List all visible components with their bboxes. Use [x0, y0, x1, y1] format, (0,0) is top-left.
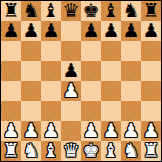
square-c8[interactable]: ♝	[41, 1, 61, 21]
square-e8[interactable]: ♚	[81, 1, 101, 21]
square-e5[interactable]	[81, 61, 101, 81]
black-pawn-piece[interactable]: ♟	[22, 20, 39, 40]
white-rook-piece[interactable]: ♜	[2, 140, 19, 160]
square-d5[interactable]: ♟	[61, 61, 81, 81]
square-e1[interactable]: ♚	[81, 141, 101, 161]
white-king-piece[interactable]: ♚	[82, 140, 99, 160]
square-d3[interactable]	[61, 101, 81, 121]
square-f7[interactable]: ♟	[101, 21, 121, 41]
white-knight-piece[interactable]: ♞	[22, 140, 39, 160]
black-pawn-piece[interactable]: ♟	[102, 20, 119, 40]
square-f2[interactable]: ♟	[101, 121, 121, 141]
square-b4[interactable]	[21, 81, 41, 101]
square-c5[interactable]	[41, 61, 61, 81]
white-bishop-piece[interactable]: ♝	[102, 140, 119, 160]
square-b6[interactable]	[21, 41, 41, 61]
square-e6[interactable]	[81, 41, 101, 61]
white-pawn-piece[interactable]: ♟	[122, 120, 139, 140]
square-a3[interactable]	[1, 101, 21, 121]
white-rook-piece[interactable]: ♜	[142, 140, 159, 160]
square-h4[interactable]	[141, 81, 161, 101]
black-rook-piece[interactable]: ♜	[142, 0, 159, 20]
square-a8[interactable]: ♜	[1, 1, 21, 21]
white-pawn-piece[interactable]: ♟	[2, 120, 19, 140]
square-d6[interactable]	[61, 41, 81, 61]
square-c3[interactable]	[41, 101, 61, 121]
black-pawn-piece[interactable]: ♟	[2, 20, 19, 40]
square-c2[interactable]: ♟	[41, 121, 61, 141]
square-a1[interactable]: ♜	[1, 141, 21, 161]
square-g7[interactable]: ♟	[121, 21, 141, 41]
square-e2[interactable]: ♟	[81, 121, 101, 141]
square-c4[interactable]	[41, 81, 61, 101]
black-pawn-piece[interactable]: ♟	[62, 60, 79, 80]
white-bishop-piece[interactable]: ♝	[42, 140, 59, 160]
square-e7[interactable]: ♟	[81, 21, 101, 41]
square-c7[interactable]: ♟	[41, 21, 61, 41]
black-knight-piece[interactable]: ♞	[22, 0, 39, 20]
square-a4[interactable]	[1, 81, 21, 101]
square-a2[interactable]: ♟	[1, 121, 21, 141]
square-f8[interactable]: ♝	[101, 1, 121, 21]
white-pawn-piece[interactable]: ♟	[42, 120, 59, 140]
square-d4[interactable]: ♟	[61, 81, 81, 101]
black-pawn-piece[interactable]: ♟	[122, 20, 139, 40]
square-g4[interactable]	[121, 81, 141, 101]
square-b2[interactable]: ♟	[21, 121, 41, 141]
square-h6[interactable]	[141, 41, 161, 61]
square-f4[interactable]	[101, 81, 121, 101]
square-a6[interactable]	[1, 41, 21, 61]
black-bishop-piece[interactable]: ♝	[102, 0, 119, 20]
white-pawn-piece[interactable]: ♟	[102, 120, 119, 140]
square-f3[interactable]	[101, 101, 121, 121]
square-d7[interactable]	[61, 21, 81, 41]
square-f5[interactable]	[101, 61, 121, 81]
square-f1[interactable]: ♝	[101, 141, 121, 161]
white-pawn-piece[interactable]: ♟	[142, 120, 159, 140]
white-queen-piece[interactable]: ♛	[62, 140, 79, 160]
square-g2[interactable]: ♟	[121, 121, 141, 141]
square-g3[interactable]	[121, 101, 141, 121]
black-pawn-piece[interactable]: ♟	[82, 20, 99, 40]
square-h1[interactable]: ♜	[141, 141, 161, 161]
white-knight-piece[interactable]: ♞	[122, 140, 139, 160]
square-g5[interactable]	[121, 61, 141, 81]
square-e4[interactable]	[81, 81, 101, 101]
square-f6[interactable]	[101, 41, 121, 61]
black-rook-piece[interactable]: ♜	[2, 0, 19, 20]
square-h3[interactable]	[141, 101, 161, 121]
square-a7[interactable]: ♟	[1, 21, 21, 41]
square-e3[interactable]	[81, 101, 101, 121]
square-d8[interactable]: ♛	[61, 1, 81, 21]
black-pawn-piece[interactable]: ♟	[42, 20, 59, 40]
square-g1[interactable]: ♞	[121, 141, 141, 161]
square-b3[interactable]	[21, 101, 41, 121]
square-b5[interactable]	[21, 61, 41, 81]
square-d1[interactable]: ♛	[61, 141, 81, 161]
square-b8[interactable]: ♞	[21, 1, 41, 21]
square-h8[interactable]: ♜	[141, 1, 161, 21]
square-d2[interactable]	[61, 121, 81, 141]
white-pawn-piece[interactable]: ♟	[22, 120, 39, 140]
square-h7[interactable]: ♟	[141, 21, 161, 41]
black-knight-piece[interactable]: ♞	[122, 0, 139, 20]
square-b1[interactable]: ♞	[21, 141, 41, 161]
chess-board: ♜♞♝♛♚♝♞♜♟♟♟♟♟♟♟♟♟♟♟♟♟♟♟♟♜♞♝♛♚♝♞♜	[0, 0, 162, 162]
square-g6[interactable]	[121, 41, 141, 61]
black-pawn-piece[interactable]: ♟	[142, 20, 159, 40]
white-pawn-piece[interactable]: ♟	[82, 120, 99, 140]
square-c1[interactable]: ♝	[41, 141, 61, 161]
white-pawn-piece[interactable]: ♟	[62, 80, 79, 100]
square-h2[interactable]: ♟	[141, 121, 161, 141]
square-g8[interactable]: ♞	[121, 1, 141, 21]
square-c6[interactable]	[41, 41, 61, 61]
black-queen-piece[interactable]: ♛	[62, 0, 79, 20]
square-b7[interactable]: ♟	[21, 21, 41, 41]
black-king-piece[interactable]: ♚	[82, 0, 99, 20]
square-a5[interactable]	[1, 61, 21, 81]
black-bishop-piece[interactable]: ♝	[42, 0, 59, 20]
square-h5[interactable]	[141, 61, 161, 81]
